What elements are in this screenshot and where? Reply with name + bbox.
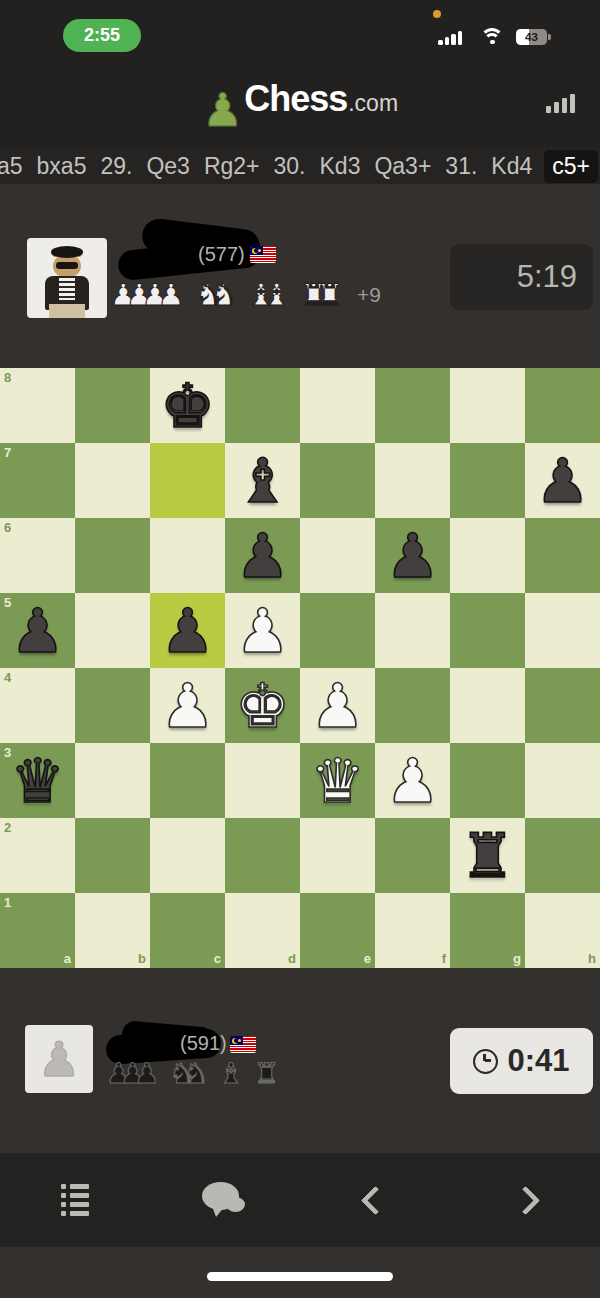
square-f1[interactable]: f <box>375 893 450 968</box>
square-h1[interactable]: h <box>525 893 600 968</box>
bottom-clock-time: 0:41 <box>507 1043 569 1079</box>
square-d1[interactable]: d <box>225 893 300 968</box>
square-g5[interactable] <box>450 593 525 668</box>
file-label: f <box>442 952 446 965</box>
captured-piece-icon: ♜ <box>254 1060 279 1088</box>
file-label: g <box>513 952 521 965</box>
square-a7[interactable]: 7 <box>0 443 75 518</box>
rank-label: 1 <box>4 896 11 909</box>
captured-piece-icon: ♞ <box>211 280 238 310</box>
white-q-piece[interactable]: ♛ <box>300 743 375 818</box>
square-d6[interactable]: ♟ <box>225 518 300 593</box>
square-g2[interactable]: ♜ <box>450 818 525 893</box>
forward-move-button[interactable] <box>450 1153 600 1247</box>
square-d4[interactable]: ♚ <box>225 668 300 743</box>
square-e4[interactable]: ♟ <box>300 668 375 743</box>
bottom-player-flag-malaysia <box>230 1036 256 1053</box>
square-g4[interactable] <box>450 668 525 743</box>
home-indicator <box>207 1272 393 1281</box>
chevron-left-icon <box>360 1185 390 1215</box>
top-player-flag-malaysia <box>250 246 276 263</box>
wifi-icon <box>480 28 504 46</box>
status-time-pill[interactable]: 2:55 <box>63 19 141 52</box>
top-player-clock: 5:19 <box>450 244 593 310</box>
black-q-piece[interactable]: ♛ <box>0 743 75 818</box>
black-r-piece[interactable]: ♜ <box>450 818 525 893</box>
top-player-captured-pieces: ♟♟♟♟♞♞♝♝♜♜+9 <box>110 278 381 312</box>
chesscom-logo: ♟ Chess .com <box>0 78 600 136</box>
square-h4[interactable] <box>525 668 600 743</box>
white-p-piece[interactable]: ♟ <box>225 593 300 668</box>
square-h5[interactable] <box>525 593 600 668</box>
white-p-piece[interactable]: ♟ <box>150 668 225 743</box>
file-label: b <box>138 952 146 965</box>
captured-piece-icon: ♟ <box>134 1060 159 1088</box>
file-label: e <box>364 952 371 965</box>
square-a2[interactable]: 2 <box>0 818 75 893</box>
square-b7[interactable] <box>75 443 150 518</box>
bottom-player-captured-pieces: ♟♟♟♞♞♝♜ <box>106 1058 289 1090</box>
chat-icon <box>202 1182 248 1218</box>
square-b6[interactable] <box>75 518 150 593</box>
square-f2[interactable] <box>375 818 450 893</box>
square-f8[interactable] <box>375 368 450 443</box>
square-d2[interactable] <box>225 818 300 893</box>
move-token[interactable]: Kd3 <box>320 153 361 180</box>
black-b-piece[interactable]: ♝ <box>225 443 300 518</box>
move-token[interactable]: Qa3+ <box>374 153 431 180</box>
square-d7[interactable]: ♝ <box>225 443 300 518</box>
status-time: 2:55 <box>84 25 120 46</box>
square-h8[interactable] <box>525 368 600 443</box>
material-advantage: +9 <box>357 283 381 307</box>
captured-p-group: ♟♟♟♟ <box>110 280 185 310</box>
square-h6[interactable] <box>525 518 600 593</box>
square-a3[interactable]: 3♛ <box>0 743 75 818</box>
square-e8[interactable] <box>300 368 375 443</box>
square-b3[interactable] <box>75 743 150 818</box>
move-token[interactable]: 29. <box>100 153 132 180</box>
top-player-avatar[interactable] <box>27 238 107 318</box>
captured-piece-icon: ♝ <box>219 1060 244 1088</box>
move-token[interactable]: 31. <box>445 153 477 180</box>
square-b1[interactable]: b <box>75 893 150 968</box>
square-g3[interactable] <box>450 743 525 818</box>
rank-label: 6 <box>4 521 11 534</box>
top-clock-time: 5:19 <box>517 259 577 295</box>
bottom-player-clock: 0:41 <box>450 1028 593 1094</box>
square-f7[interactable] <box>375 443 450 518</box>
rank-label: 7 <box>4 446 11 459</box>
square-d3[interactable] <box>225 743 300 818</box>
file-label: h <box>588 952 596 965</box>
move-list-bar[interactable]: 28.a5bxa529.Qe3Rg2+30.Kd3Qa3+31.Kd4c5+ <box>0 148 600 184</box>
connection-strength-icon <box>546 94 576 113</box>
move-token[interactable]: 30. <box>274 153 306 180</box>
logo-pawn-icon: ♟ <box>202 83 243 137</box>
bottom-player-avatar[interactable]: ♟ <box>25 1025 93 1093</box>
square-f6[interactable]: ♟ <box>375 518 450 593</box>
square-f4[interactable] <box>375 668 450 743</box>
black-p-piece[interactable]: ♟ <box>525 443 600 518</box>
square-d8[interactable] <box>225 368 300 443</box>
battery-nub <box>548 34 551 40</box>
bottom-nav-bar <box>0 1153 600 1247</box>
captured-p-group: ♟♟♟ <box>106 1060 159 1088</box>
default-pawn-avatar-icon: ♟ <box>37 1031 80 1087</box>
chess-app-screen: 2:55 43 ♟ Chess .com 28.a5bxa529.Qe3Rg2+… <box>0 0 600 1298</box>
clock-icon <box>473 1049 498 1074</box>
white-k-piece[interactable]: ♚ <box>225 668 300 743</box>
black-p-piece[interactable]: ♟ <box>225 518 300 593</box>
square-c3[interactable] <box>150 743 225 818</box>
square-b8[interactable] <box>75 368 150 443</box>
square-e3[interactable]: ♛ <box>300 743 375 818</box>
square-a1[interactable]: 1a <box>0 893 75 968</box>
captured-n-group: ♞♞ <box>169 1060 208 1088</box>
square-a4[interactable]: 4 <box>0 668 75 743</box>
square-d5[interactable]: ♟ <box>225 593 300 668</box>
square-e1[interactable]: e <box>300 893 375 968</box>
captured-n-group: ♞♞ <box>195 280 238 310</box>
black-p-piece[interactable]: ♟ <box>375 518 450 593</box>
square-h2[interactable] <box>525 818 600 893</box>
move-token[interactable]: Kd4 <box>491 153 532 180</box>
top-player-rating: (577) <box>198 243 245 266</box>
move-list-button[interactable] <box>0 1153 150 1247</box>
move-token[interactable]: bxa5 <box>37 153 87 180</box>
square-c6[interactable] <box>150 518 225 593</box>
square-c7[interactable] <box>150 443 225 518</box>
black-k-piece[interactable]: ♚ <box>150 368 225 443</box>
square-g1[interactable]: g <box>450 893 525 968</box>
captured-piece-icon: ♞ <box>183 1060 208 1088</box>
black-p-piece[interactable]: ♟ <box>0 593 75 668</box>
square-g8[interactable] <box>450 368 525 443</box>
move-token[interactable]: Qe3 <box>146 153 189 180</box>
rank-label: 2 <box>4 821 11 834</box>
move-token[interactable]: a5 <box>0 153 23 180</box>
top-status-header: 2:55 43 ♟ Chess .com <box>0 0 600 148</box>
captured-b-group: ♝♝ <box>247 280 290 310</box>
square-a8[interactable]: 8 <box>0 368 75 443</box>
chevron-right-icon <box>510 1185 540 1215</box>
square-c5[interactable]: ♟ <box>150 593 225 668</box>
square-f5[interactable] <box>375 593 450 668</box>
square-f3[interactable]: ♟ <box>375 743 450 818</box>
battery-icon: 43 <box>516 29 547 45</box>
file-label: d <box>288 952 296 965</box>
square-a5[interactable]: 5♟ <box>0 593 75 668</box>
captured-r-group: ♜ <box>254 1060 279 1088</box>
move-token[interactable]: c5+ <box>544 150 598 183</box>
file-label: a <box>64 952 71 965</box>
back-move-button[interactable] <box>300 1153 450 1247</box>
square-b2[interactable] <box>75 818 150 893</box>
rank-label: 8 <box>4 371 11 384</box>
square-b5[interactable] <box>75 593 150 668</box>
bottom-player-rating: (591) <box>180 1032 227 1055</box>
square-e5[interactable] <box>300 593 375 668</box>
white-p-piece[interactable]: ♟ <box>375 743 450 818</box>
square-g6[interactable] <box>450 518 525 593</box>
square-e2[interactable] <box>300 818 375 893</box>
cellular-signal-icon <box>438 31 462 45</box>
square-b4[interactable] <box>75 668 150 743</box>
captured-piece-icon: ♟ <box>158 280 185 310</box>
file-label: c <box>214 952 221 965</box>
square-e7[interactable] <box>300 443 375 518</box>
move-token[interactable]: Rg2+ <box>204 153 260 180</box>
square-c1[interactable]: c <box>150 893 225 968</box>
square-e6[interactable] <box>300 518 375 593</box>
battery-percent: 43 <box>516 29 547 45</box>
captured-r-group: ♜♜ <box>300 280 343 310</box>
logo-suffix: .com <box>348 90 398 117</box>
square-a6[interactable]: 6 <box>0 518 75 593</box>
captured-b-group: ♝ <box>219 1060 244 1088</box>
privacy-indicator-dot <box>433 10 441 18</box>
move-list-icon <box>61 1184 89 1216</box>
square-c2[interactable] <box>150 818 225 893</box>
square-h3[interactable] <box>525 743 600 818</box>
chat-button[interactable] <box>150 1153 300 1247</box>
captured-piece-icon: ♜ <box>316 280 343 310</box>
black-p-piece[interactable]: ♟ <box>150 593 225 668</box>
square-g7[interactable] <box>450 443 525 518</box>
rank-label: 4 <box>4 671 11 684</box>
square-c4[interactable]: ♟ <box>150 668 225 743</box>
chess-board[interactable]: 8♚7♝♟6♟♟5♟♟♟4♟♚♟3♛♛♟2♜1abcdefgh <box>0 368 600 968</box>
square-h7[interactable]: ♟ <box>525 443 600 518</box>
white-p-piece[interactable]: ♟ <box>300 668 375 743</box>
logo-text: Chess <box>244 78 347 120</box>
square-c8[interactable]: ♚ <box>150 368 225 443</box>
captured-piece-icon: ♝ <box>263 280 290 310</box>
